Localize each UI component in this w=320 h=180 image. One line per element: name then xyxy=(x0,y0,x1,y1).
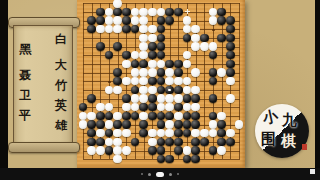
stone-black xyxy=(200,138,208,146)
stone-black xyxy=(122,94,130,102)
stone-black xyxy=(157,34,165,42)
stone-black xyxy=(209,112,217,120)
logo-char-2: 九 xyxy=(282,113,297,128)
stone-white xyxy=(113,0,121,8)
stone-black xyxy=(191,112,199,120)
stone-black xyxy=(174,60,182,68)
stone-black xyxy=(157,146,165,154)
star-point xyxy=(212,29,215,32)
stone-black xyxy=(165,112,173,120)
stone-white xyxy=(157,103,165,111)
stone-black xyxy=(113,77,121,85)
stone-black xyxy=(191,120,199,128)
stone-white xyxy=(139,77,147,85)
stone-white xyxy=(105,25,113,33)
stone-black xyxy=(157,86,165,94)
stone-black xyxy=(105,51,113,59)
stone-white xyxy=(105,103,113,111)
letterbox-right xyxy=(315,0,320,180)
stone-black xyxy=(226,68,234,76)
stone-white xyxy=(226,77,234,85)
stone-black xyxy=(209,146,217,154)
stone-black xyxy=(174,138,182,146)
stone-black xyxy=(209,51,217,59)
stone-black xyxy=(157,120,165,128)
stone-black xyxy=(131,112,139,120)
stone-black xyxy=(226,34,234,42)
stone-black xyxy=(122,112,130,120)
stone-white xyxy=(96,129,104,137)
stone-black xyxy=(148,146,156,154)
stone-white xyxy=(157,129,165,137)
stone-white xyxy=(183,77,191,85)
stone-black xyxy=(113,120,121,128)
stone-white xyxy=(226,129,234,137)
stone-white xyxy=(191,86,199,94)
stone-white xyxy=(96,103,104,111)
stone-black xyxy=(217,16,225,24)
carousel-dots xyxy=(0,170,320,178)
stone-white xyxy=(165,94,173,102)
scroll-char: 雄 xyxy=(55,119,67,131)
stone-black xyxy=(122,16,130,24)
red-seal xyxy=(302,144,307,150)
stone-black xyxy=(96,138,104,146)
stone-white xyxy=(165,103,173,111)
stone-black xyxy=(226,51,234,59)
stone-black xyxy=(157,138,165,146)
stone-black xyxy=(105,146,113,154)
stone-white xyxy=(209,120,217,128)
stone-black xyxy=(105,129,113,137)
stone-white xyxy=(183,16,191,24)
stone-white xyxy=(183,103,191,111)
stone-white xyxy=(200,129,208,137)
scroll-bottom-roll xyxy=(8,142,80,153)
stone-white xyxy=(217,112,225,120)
scroll-char: 平 xyxy=(19,109,31,121)
stone-black xyxy=(174,8,182,16)
stone-white xyxy=(139,51,147,59)
go-board xyxy=(77,0,245,168)
stone-black xyxy=(131,25,139,33)
stone-black xyxy=(165,155,173,163)
stone-black xyxy=(157,112,165,120)
stone-black xyxy=(191,94,199,102)
stone-black xyxy=(191,138,199,146)
stone-black xyxy=(131,138,139,146)
stone-black xyxy=(217,120,225,128)
stone-black xyxy=(139,103,147,111)
stone-white xyxy=(191,103,199,111)
stone-white xyxy=(148,25,156,33)
white-player-name: 白大竹英雄 xyxy=(55,33,67,139)
star-point xyxy=(108,81,111,84)
stone-black xyxy=(174,146,182,154)
stone-white xyxy=(113,112,121,120)
stone-white xyxy=(122,60,130,68)
stone-black xyxy=(157,51,165,59)
stone-white xyxy=(131,8,139,16)
stone-black xyxy=(183,155,191,163)
stone-black xyxy=(131,86,139,94)
stone-black xyxy=(96,16,104,24)
video-frame: 白大竹英雄 黑聂卫平 小 九 围 棋 xyxy=(0,0,320,180)
stone-black xyxy=(105,112,113,120)
stone-black xyxy=(157,155,165,163)
stone-white xyxy=(148,8,156,16)
stone-black xyxy=(209,77,217,85)
stone-black xyxy=(217,8,225,16)
scroll-char: 卫 xyxy=(19,89,31,101)
stone-white xyxy=(131,94,139,102)
stone-white xyxy=(96,146,104,154)
stone-white xyxy=(113,146,121,154)
stone-black xyxy=(148,112,156,120)
stone-white xyxy=(157,8,165,16)
stone-white xyxy=(183,51,191,59)
stone-white xyxy=(217,68,225,76)
stone-white xyxy=(200,42,208,50)
stone-white xyxy=(157,60,165,68)
stone-white xyxy=(113,16,121,24)
ko-marker xyxy=(185,9,190,14)
scroll-char: 英 xyxy=(55,99,67,111)
stone-white xyxy=(131,103,139,111)
stone-black xyxy=(157,68,165,76)
stone-black xyxy=(183,120,191,128)
stone-white xyxy=(165,77,173,85)
stone-black xyxy=(122,120,130,128)
stone-white xyxy=(131,77,139,85)
stone-white xyxy=(105,8,113,16)
carousel-dot[interactable] xyxy=(148,173,151,176)
stone-white xyxy=(113,129,121,137)
stone-white xyxy=(87,112,95,120)
stone-black xyxy=(157,25,165,33)
stone-black xyxy=(87,120,95,128)
stone-white xyxy=(235,120,243,128)
stone-black xyxy=(174,68,182,76)
stone-black xyxy=(113,42,121,50)
stone-white xyxy=(148,129,156,137)
stone-black xyxy=(217,34,225,42)
stone-black xyxy=(113,68,121,76)
stone-white xyxy=(183,25,191,33)
stone-black xyxy=(226,16,234,24)
stone-white xyxy=(122,77,130,85)
grid-line-v xyxy=(239,3,240,159)
stone-black xyxy=(165,16,173,24)
stone-black xyxy=(209,94,217,102)
stone-black xyxy=(148,94,156,102)
stone-white xyxy=(122,146,130,154)
stone-white xyxy=(105,138,113,146)
stone-white xyxy=(139,42,147,50)
stone-white xyxy=(209,129,217,137)
stone-white xyxy=(191,25,199,33)
stone-white xyxy=(139,86,147,94)
stone-white xyxy=(139,25,147,33)
stone-white xyxy=(131,51,139,59)
logo-char-3: 围 xyxy=(261,132,276,147)
stone-black xyxy=(165,86,173,94)
stone-white xyxy=(148,68,156,76)
stone-white xyxy=(113,155,121,163)
stone-white xyxy=(174,77,182,85)
carousel-dot[interactable] xyxy=(141,173,143,175)
scroll-char: 白 xyxy=(55,33,67,45)
stone-black xyxy=(165,138,173,146)
stone-white xyxy=(105,120,113,128)
stone-black xyxy=(226,42,234,50)
stone-white xyxy=(113,25,121,33)
stone-white xyxy=(191,42,199,50)
stone-white xyxy=(209,42,217,50)
stone-white xyxy=(191,68,199,76)
stone-white xyxy=(209,16,217,24)
stone-black xyxy=(139,120,147,128)
stone-black xyxy=(148,42,156,50)
stone-white xyxy=(148,86,156,94)
stone-white xyxy=(122,103,130,111)
stone-white xyxy=(226,94,234,102)
stone-white xyxy=(113,86,121,94)
last-move-marker xyxy=(168,89,171,92)
stone-white xyxy=(105,86,113,94)
stone-black xyxy=(165,60,173,68)
stone-black xyxy=(122,8,130,16)
stone-black xyxy=(191,155,199,163)
stone-white xyxy=(183,60,191,68)
stone-black xyxy=(96,112,104,120)
stone-black xyxy=(157,42,165,50)
stone-white xyxy=(87,146,95,154)
stone-white xyxy=(217,146,225,154)
stone-white xyxy=(139,94,147,102)
stone-black xyxy=(174,120,182,128)
stone-white xyxy=(139,34,147,42)
player-bottom-bar xyxy=(0,168,320,180)
stone-black xyxy=(226,60,234,68)
stone-black xyxy=(87,138,95,146)
stone-black xyxy=(157,16,165,24)
stone-white xyxy=(139,8,147,16)
stone-black xyxy=(87,16,95,24)
stone-black xyxy=(183,129,191,137)
players-scroll: 白大竹英雄 黑聂卫平 xyxy=(10,17,76,153)
stone-white xyxy=(148,60,156,68)
stone-black xyxy=(183,112,191,120)
stone-black xyxy=(217,129,225,137)
stone-black xyxy=(96,120,104,128)
stone-black xyxy=(165,8,173,16)
stone-white xyxy=(113,138,121,146)
stone-white xyxy=(131,68,139,76)
stone-black xyxy=(87,94,95,102)
stone-black xyxy=(183,94,191,102)
stone-black xyxy=(79,103,87,111)
stone-black xyxy=(174,129,182,137)
stone-black xyxy=(157,77,165,85)
stone-white xyxy=(139,16,147,24)
stone-white xyxy=(183,86,191,94)
stone-black xyxy=(148,103,156,111)
stone-white xyxy=(122,129,130,137)
scroll-char: 大 xyxy=(55,59,67,71)
stone-white xyxy=(174,112,182,120)
stone-black xyxy=(122,25,130,33)
stone-black xyxy=(217,138,225,146)
scroll-char: 竹 xyxy=(55,79,67,91)
black-player-name: 黑聂卫平 xyxy=(19,43,31,129)
stone-white xyxy=(191,129,199,137)
stone-white xyxy=(105,16,113,24)
stone-black xyxy=(87,129,95,137)
stone-white xyxy=(148,138,156,146)
stone-white xyxy=(131,16,139,24)
carousel-dot[interactable] xyxy=(177,173,179,175)
stone-white xyxy=(183,146,191,154)
stone-black xyxy=(131,60,139,68)
stone-white xyxy=(96,25,104,33)
carousel-dot[interactable] xyxy=(169,173,172,176)
stone-white xyxy=(139,112,147,120)
stone-black xyxy=(174,103,182,111)
letterbox-left xyxy=(0,0,8,180)
stone-white xyxy=(148,34,156,42)
stone-black xyxy=(113,8,121,16)
stone-black xyxy=(209,68,217,76)
carousel-dot-active[interactable] xyxy=(156,172,164,177)
stone-white xyxy=(139,68,147,76)
channel-logo: 小 九 围 棋 xyxy=(255,104,309,158)
stone-white xyxy=(165,129,173,137)
stone-black xyxy=(96,42,104,50)
logo-char-4: 棋 xyxy=(281,134,296,149)
stone-black xyxy=(226,25,234,33)
stone-black xyxy=(87,25,95,33)
stone-white xyxy=(191,34,199,42)
scroll-char: 聂 xyxy=(19,69,31,81)
stone-black xyxy=(148,77,156,85)
logo-char-1: 小 xyxy=(262,109,280,127)
stone-white xyxy=(165,68,173,76)
stone-black xyxy=(226,138,234,146)
stone-black xyxy=(139,129,147,137)
stone-white xyxy=(79,112,87,120)
stone-black xyxy=(139,60,147,68)
stone-white xyxy=(79,120,87,128)
stone-black xyxy=(174,86,182,94)
stone-white xyxy=(174,94,182,102)
stone-black xyxy=(183,34,191,42)
stone-black xyxy=(191,146,199,154)
stone-white xyxy=(209,8,217,16)
stop-icon[interactable] xyxy=(310,169,315,174)
scroll-char: 黑 xyxy=(19,43,31,55)
stone-white xyxy=(165,120,173,128)
stone-black xyxy=(96,8,104,16)
stone-black xyxy=(122,51,130,59)
stone-black xyxy=(148,51,156,59)
stone-white xyxy=(157,94,165,102)
stone-black xyxy=(200,34,208,42)
